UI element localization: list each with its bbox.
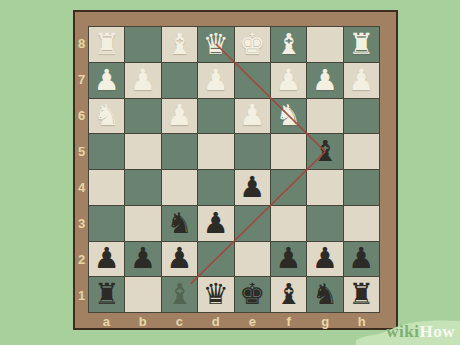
square-a8: ♜ [89,27,124,62]
square-b7: ♟ [125,63,160,98]
black-rook-icon: ♜ [348,280,374,309]
square-d5 [198,134,233,169]
square-h7: ♟ [344,63,379,98]
white-bishop-icon: ♝ [276,30,302,59]
square-f8: ♝ [271,27,306,62]
square-h4 [344,170,379,205]
black-pawn-icon: ♟ [276,244,302,273]
square-b1 [125,277,160,312]
square-h3 [344,206,379,241]
square-c3: ♞ [162,206,197,241]
square-b8 [125,27,160,62]
square-f5 [271,134,306,169]
square-a7: ♟ [89,63,124,98]
square-f4 [271,170,306,205]
watermark-text: wikiHow [386,323,455,340]
square-f6: ♞ [271,99,306,134]
square-b4 [125,170,160,205]
square-h5 [344,134,379,169]
square-e2 [235,242,270,277]
square-b6 [125,99,160,134]
square-e1: ♚ [235,277,270,312]
square-g5: ♝ [307,134,342,169]
board-squares: ♜♝♛♚♝♜♟♟♟♟♟♟♞♟♟♞♝♟♞♟♟♟♟♟♟♟♜♝♛♚♝♞♜ [88,26,380,313]
rank-label-2: 2 [75,241,88,277]
square-g2: ♟ [307,242,342,277]
file-labels: abcdefgh [88,313,380,329]
file-label-a: a [88,313,125,329]
square-c4 [162,170,197,205]
white-pawn-icon: ♟ [166,101,192,130]
white-knight-icon: ♞ [276,101,302,130]
square-f1: ♝ [271,277,306,312]
white-king-icon: ♚ [239,30,265,59]
white-bishop-icon: ♝ [166,30,192,59]
square-g4 [307,170,342,205]
square-d7: ♟ [198,63,233,98]
square-e6: ♟ [235,99,270,134]
black-rook-icon: ♜ [94,280,120,309]
white-knight-icon: ♞ [94,101,120,130]
black-queen-icon: ♛ [203,280,229,309]
square-g1: ♞ [307,277,342,312]
square-d6 [198,99,233,134]
black-king-icon: ♚ [239,280,265,309]
black-pawn-icon: ♟ [166,244,192,273]
white-rook-icon: ♜ [348,30,374,59]
white-pawn-icon: ♟ [239,101,265,130]
square-f3 [271,206,306,241]
file-label-b: b [125,313,162,329]
square-g8 [307,27,342,62]
white-rook-icon: ♜ [94,30,120,59]
white-pawn-icon: ♟ [130,66,156,95]
square-c6: ♟ [162,99,197,134]
square-a4 [89,170,124,205]
square-f7: ♟ [271,63,306,98]
square-a2: ♟ [89,242,124,277]
file-label-f: f [271,313,308,329]
square-a3 [89,206,124,241]
file-label-c: c [161,313,198,329]
rank-label-4: 4 [75,170,88,206]
square-g7: ♟ [307,63,342,98]
file-label-d: d [198,313,235,329]
watermark-how: How [420,322,456,341]
white-pawn-icon: ♟ [312,66,338,95]
square-h1: ♜ [344,277,379,312]
white-pawn-icon: ♟ [276,66,302,95]
square-b5 [125,134,160,169]
black-knight-icon: ♞ [166,209,192,238]
white-pawn-icon: ♟ [203,66,229,95]
rank-label-1: 1 [75,277,88,313]
square-d2 [198,242,233,277]
black-pawn-icon: ♟ [94,244,120,273]
rank-label-3: 3 [75,205,88,241]
square-b3 [125,206,160,241]
square-d1: ♛ [198,277,233,312]
square-c7 [162,63,197,98]
square-e5 [235,134,270,169]
square-a6: ♞ [89,99,124,134]
white-pawn-icon: ♟ [348,66,374,95]
square-h6 [344,99,379,134]
square-a5 [89,134,124,169]
black-bishop-icon: ♝ [312,137,338,166]
rank-label-8: 8 [75,26,88,62]
black-pawn-icon: ♟ [312,244,338,273]
black-pawn-icon: ♟ [348,244,374,273]
square-h2: ♟ [344,242,379,277]
square-c5 [162,134,197,169]
file-label-g: g [307,313,344,329]
square-h8: ♜ [344,27,379,62]
black-bishop-icon: ♝ [276,280,302,309]
square-g3 [307,206,342,241]
square-d3: ♟ [198,206,233,241]
square-e3 [235,206,270,241]
square-b2: ♟ [125,242,160,277]
black-knight-icon: ♞ [312,280,338,309]
square-e7 [235,63,270,98]
file-label-e: e [234,313,271,329]
square-c2: ♟ [162,242,197,277]
square-f2: ♟ [271,242,306,277]
rank-label-5: 5 [75,134,88,170]
square-d4 [198,170,233,205]
chess-board: 87654321 ♜♝♛♚♝♜♟♟♟♟♟♟♞♟♟♞♝♟♞♟♟♟♟♟♟♟♜♝♛♚♝… [73,10,398,330]
black-pawn-icon: ♟ [130,244,156,273]
square-a1: ♜ [89,277,124,312]
square-c1: ♝ [162,277,197,312]
black-pawn-icon: ♟ [203,209,229,238]
square-c8: ♝ [162,27,197,62]
rank-label-6: 6 [75,98,88,134]
white-pawn-icon: ♟ [94,66,120,95]
wikihow-watermark: wikiHow [356,309,460,345]
black-pawn-icon: ♟ [239,173,265,202]
white-queen-icon: ♛ [203,30,229,59]
watermark-wiki: wiki [386,322,419,341]
ghost-black-bishop-icon: ♝ [166,280,192,309]
square-e8: ♚ [235,27,270,62]
rank-label-7: 7 [75,62,88,98]
square-d8: ♛ [198,27,233,62]
square-g6 [307,99,342,134]
square-e4: ♟ [235,170,270,205]
rank-labels: 87654321 [75,26,88,313]
